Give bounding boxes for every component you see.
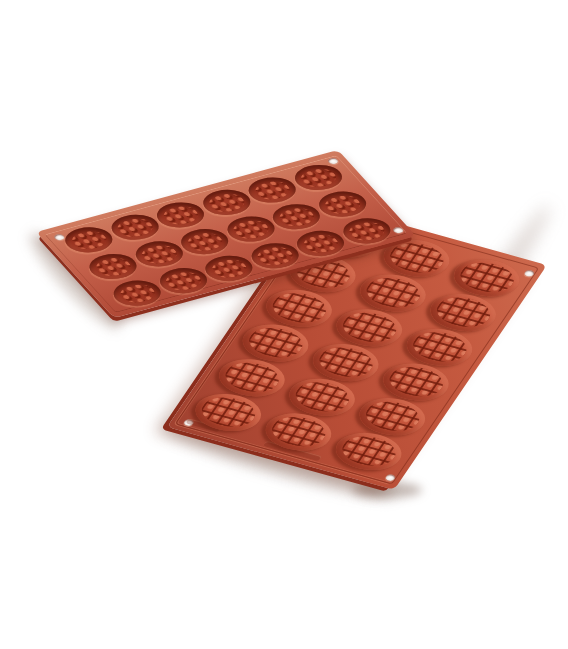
product-photo bbox=[0, 0, 568, 649]
hang-hole bbox=[384, 474, 397, 482]
hang-hole bbox=[326, 157, 339, 165]
hang-hole bbox=[391, 226, 404, 234]
hang-hole bbox=[523, 269, 536, 277]
